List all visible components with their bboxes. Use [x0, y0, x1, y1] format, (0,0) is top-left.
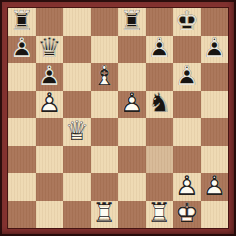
square-b4[interactable] — [36, 118, 64, 146]
pawn-glyph-outline: ♙ — [201, 172, 229, 200]
square-b6[interactable]: ♟♙ — [36, 63, 64, 91]
square-e6[interactable] — [118, 63, 146, 91]
pawn-glyph-outline: ♙ — [36, 90, 64, 118]
square-a2[interactable] — [8, 173, 36, 201]
bishop-glyph-outline: ♗ — [91, 62, 119, 90]
king-glyph-outline: ♔ — [173, 200, 201, 228]
square-b3[interactable] — [36, 146, 64, 174]
square-d4[interactable] — [91, 118, 119, 146]
rook-glyph-outline: ♖ — [118, 7, 146, 35]
piece-white-pawn[interactable]: ♟♙ — [173, 173, 201, 201]
square-f1[interactable]: ♜♖ — [146, 201, 174, 229]
square-a5[interactable] — [8, 91, 36, 119]
square-f2[interactable] — [146, 173, 174, 201]
square-f4[interactable] — [146, 118, 174, 146]
square-c2[interactable] — [63, 173, 91, 201]
square-e7[interactable] — [118, 36, 146, 64]
square-h6[interactable] — [201, 63, 229, 91]
piece-white-rook[interactable]: ♜♖ — [91, 201, 119, 229]
square-d1[interactable]: ♜♖ — [91, 201, 119, 229]
square-b8[interactable] — [36, 8, 64, 36]
piece-white-king[interactable]: ♚♔ — [173, 201, 201, 229]
square-g7[interactable] — [173, 36, 201, 64]
square-d8[interactable] — [91, 8, 119, 36]
piece-white-rook[interactable]: ♜♖ — [146, 201, 174, 229]
piece-black-knight[interactable]: ♞♘ — [146, 91, 174, 119]
square-f5[interactable]: ♞♘ — [146, 91, 174, 119]
square-g4[interactable] — [173, 118, 201, 146]
square-f7[interactable]: ♟♙ — [146, 36, 174, 64]
queen-glyph-outline: ♕ — [36, 35, 64, 63]
chess-board-frame: ♜♖♜♖♚♔♟♙♛♕♟♙♟♙♟♙♝♗♟♙♟♙♟♙♞♘♛♕♟♙♟♙♜♖♜♖♚♔ — [0, 0, 236, 236]
square-g2[interactable]: ♟♙ — [173, 173, 201, 201]
piece-white-pawn[interactable]: ♟♙ — [36, 91, 64, 119]
square-b5[interactable]: ♟♙ — [36, 91, 64, 119]
square-a3[interactable] — [8, 146, 36, 174]
square-b2[interactable] — [36, 173, 64, 201]
square-e4[interactable] — [118, 118, 146, 146]
square-d6[interactable]: ♝♗ — [91, 63, 119, 91]
pawn-glyph-outline: ♙ — [146, 35, 174, 63]
square-a8[interactable]: ♜♖ — [8, 8, 36, 36]
piece-white-pawn[interactable]: ♟♙ — [118, 91, 146, 119]
square-h2[interactable]: ♟♙ — [201, 173, 229, 201]
square-e5[interactable]: ♟♙ — [118, 91, 146, 119]
square-c6[interactable] — [63, 63, 91, 91]
pawn-glyph-outline: ♙ — [8, 35, 36, 63]
square-h5[interactable] — [201, 91, 229, 119]
square-c5[interactable] — [63, 91, 91, 119]
square-a1[interactable] — [8, 201, 36, 229]
rook-glyph-outline: ♖ — [8, 7, 36, 35]
queen-glyph-outline: ♕ — [63, 117, 91, 145]
chess-board: ♜♖♜♖♚♔♟♙♛♕♟♙♟♙♟♙♝♗♟♙♟♙♟♙♞♘♛♕♟♙♟♙♜♖♜♖♚♔ — [8, 8, 228, 228]
square-h7[interactable]: ♟♙ — [201, 36, 229, 64]
square-a7[interactable]: ♟♙ — [8, 36, 36, 64]
pawn-glyph-outline: ♙ — [173, 62, 201, 90]
piece-white-bishop[interactable]: ♝♗ — [91, 63, 119, 91]
square-e8[interactable]: ♜♖ — [118, 8, 146, 36]
square-c7[interactable] — [63, 36, 91, 64]
square-c8[interactable] — [63, 8, 91, 36]
square-c3[interactable] — [63, 146, 91, 174]
piece-black-pawn[interactable]: ♟♙ — [201, 36, 229, 64]
square-a4[interactable] — [8, 118, 36, 146]
piece-black-pawn[interactable]: ♟♙ — [173, 63, 201, 91]
square-c4[interactable]: ♛♕ — [63, 118, 91, 146]
square-g3[interactable] — [173, 146, 201, 174]
piece-white-queen[interactable]: ♛♕ — [63, 118, 91, 146]
square-h1[interactable] — [201, 201, 229, 229]
square-b1[interactable] — [36, 201, 64, 229]
knight-glyph-outline: ♘ — [146, 90, 174, 118]
square-d5[interactable] — [91, 91, 119, 119]
piece-black-queen[interactable]: ♛♕ — [36, 36, 64, 64]
square-f8[interactable] — [146, 8, 174, 36]
rook-glyph-outline: ♖ — [91, 200, 119, 228]
square-e2[interactable] — [118, 173, 146, 201]
square-f3[interactable] — [146, 146, 174, 174]
piece-black-king[interactable]: ♚♔ — [173, 8, 201, 36]
square-e3[interactable] — [118, 146, 146, 174]
piece-black-pawn[interactable]: ♟♙ — [146, 36, 174, 64]
pawn-glyph-outline: ♙ — [173, 172, 201, 200]
piece-black-pawn[interactable]: ♟♙ — [36, 63, 64, 91]
pawn-glyph-outline: ♙ — [201, 35, 229, 63]
square-e1[interactable] — [118, 201, 146, 229]
square-d3[interactable] — [91, 146, 119, 174]
square-b7[interactable]: ♛♕ — [36, 36, 64, 64]
square-a6[interactable] — [8, 63, 36, 91]
square-h8[interactable] — [201, 8, 229, 36]
piece-black-pawn[interactable]: ♟♙ — [8, 36, 36, 64]
square-g5[interactable] — [173, 91, 201, 119]
square-g8[interactable]: ♚♔ — [173, 8, 201, 36]
piece-white-pawn[interactable]: ♟♙ — [201, 173, 229, 201]
square-h3[interactable] — [201, 146, 229, 174]
square-c1[interactable] — [63, 201, 91, 229]
piece-black-rook[interactable]: ♜♖ — [118, 8, 146, 36]
square-g1[interactable]: ♚♔ — [173, 201, 201, 229]
rook-glyph-outline: ♖ — [146, 200, 174, 228]
piece-black-rook[interactable]: ♜♖ — [8, 8, 36, 36]
square-f6[interactable] — [146, 63, 174, 91]
pawn-glyph-outline: ♙ — [118, 90, 146, 118]
pawn-glyph-outline: ♙ — [36, 62, 64, 90]
square-d2[interactable] — [91, 173, 119, 201]
square-h4[interactable] — [201, 118, 229, 146]
square-g6[interactable]: ♟♙ — [173, 63, 201, 91]
square-d7[interactable] — [91, 36, 119, 64]
king-glyph-outline: ♔ — [173, 7, 201, 35]
